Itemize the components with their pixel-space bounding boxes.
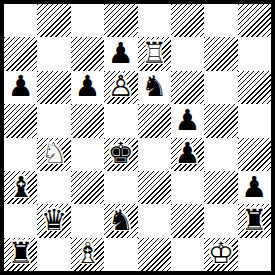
square-a8[interactable]	[4, 4, 37, 37]
square-a4[interactable]	[4, 138, 37, 171]
black-rook-piece: ♜	[4, 238, 37, 271]
white-king-piece: ♚♔	[204, 238, 237, 271]
black-knight-piece: ♞	[138, 71, 171, 104]
square-f2[interactable]	[171, 204, 204, 237]
square-d2[interactable]: ♞	[104, 204, 137, 237]
white-rook-piece: ♜♖	[138, 37, 171, 70]
white-knight-piece: ♞♘	[37, 138, 70, 171]
square-c5[interactable]	[71, 104, 104, 137]
square-a6[interactable]: ♟	[4, 71, 37, 104]
square-h4[interactable]	[238, 138, 271, 171]
square-g6[interactable]	[204, 71, 237, 104]
black-knight-piece: ♞	[104, 204, 137, 237]
black-rook-piece: ♜	[238, 204, 271, 237]
square-e3[interactable]	[138, 171, 171, 204]
square-e2[interactable]	[138, 204, 171, 237]
square-d4[interactable]: ♚	[104, 138, 137, 171]
black-pawn-piece: ♟	[171, 104, 204, 137]
square-e7[interactable]: ♜♖	[138, 37, 171, 70]
square-h2[interactable]: ♜	[238, 204, 271, 237]
square-a2[interactable]	[4, 204, 37, 237]
square-a5[interactable]	[4, 104, 37, 137]
square-g1[interactable]: ♚♔	[204, 238, 237, 271]
square-g8[interactable]	[204, 4, 237, 37]
square-f5[interactable]: ♟	[171, 104, 204, 137]
black-king-piece: ♚	[104, 138, 137, 171]
square-c8[interactable]	[71, 4, 104, 37]
square-b7[interactable]	[37, 37, 70, 70]
square-e6[interactable]: ♞	[138, 71, 171, 104]
square-g7[interactable]	[204, 37, 237, 70]
square-a7[interactable]	[4, 37, 37, 70]
black-pawn-piece: ♟	[4, 71, 37, 104]
square-f6[interactable]	[171, 71, 204, 104]
square-g4[interactable]	[204, 138, 237, 171]
square-b2[interactable]: ♛	[37, 204, 70, 237]
square-c7[interactable]	[71, 37, 104, 70]
square-d5[interactable]	[104, 104, 137, 137]
square-f7[interactable]	[171, 37, 204, 70]
square-c4[interactable]	[71, 138, 104, 171]
square-e8[interactable]	[138, 4, 171, 37]
square-b4[interactable]: ♞♘	[37, 138, 70, 171]
square-a3[interactable]: ♝	[4, 171, 37, 204]
square-f4[interactable]: ♟	[171, 138, 204, 171]
square-g2[interactable]	[204, 204, 237, 237]
black-pawn-piece: ♟	[71, 71, 104, 104]
square-h3[interactable]: ♟	[238, 171, 271, 204]
square-g3[interactable]	[204, 171, 237, 204]
square-f1[interactable]	[171, 238, 204, 271]
square-d1[interactable]	[104, 238, 137, 271]
black-queen-piece: ♛	[37, 204, 70, 237]
square-f3[interactable]	[171, 171, 204, 204]
white-bishop-piece: ♝♗	[71, 238, 104, 271]
square-h7[interactable]	[238, 37, 271, 70]
square-d6[interactable]: ♟♙	[104, 71, 137, 104]
square-b3[interactable]	[37, 171, 70, 204]
black-pawn-piece: ♟	[104, 37, 137, 70]
black-pawn-piece: ♟	[171, 138, 204, 171]
square-e5[interactable]	[138, 104, 171, 137]
black-pawn-piece: ♟	[238, 171, 271, 204]
square-c1[interactable]: ♝♗	[71, 238, 104, 271]
square-c6[interactable]: ♟	[71, 71, 104, 104]
square-c2[interactable]	[71, 204, 104, 237]
square-b6[interactable]	[37, 71, 70, 104]
square-c3[interactable]	[71, 171, 104, 204]
square-b5[interactable]	[37, 104, 70, 137]
square-b1[interactable]	[37, 238, 70, 271]
square-g5[interactable]	[204, 104, 237, 137]
square-d7[interactable]: ♟	[104, 37, 137, 70]
square-b8[interactable]	[37, 4, 70, 37]
square-d8[interactable]	[104, 4, 137, 37]
square-h5[interactable]	[238, 104, 271, 137]
square-h8[interactable]	[238, 4, 271, 37]
square-h6[interactable]	[238, 71, 271, 104]
square-h1[interactable]	[238, 238, 271, 271]
square-a1[interactable]: ♜	[4, 238, 37, 271]
black-bishop-piece: ♝	[4, 171, 37, 204]
square-e1[interactable]	[138, 238, 171, 271]
square-d3[interactable]	[104, 171, 137, 204]
chess-board: ♟♜♖♟♟♟♙♞♟♞♘♚♟♝♟♛♞♜♜♝♗♚♔	[0, 0, 275, 275]
square-e4[interactable]	[138, 138, 171, 171]
square-f8[interactable]	[171, 4, 204, 37]
white-pawn-piece: ♟♙	[104, 71, 137, 104]
